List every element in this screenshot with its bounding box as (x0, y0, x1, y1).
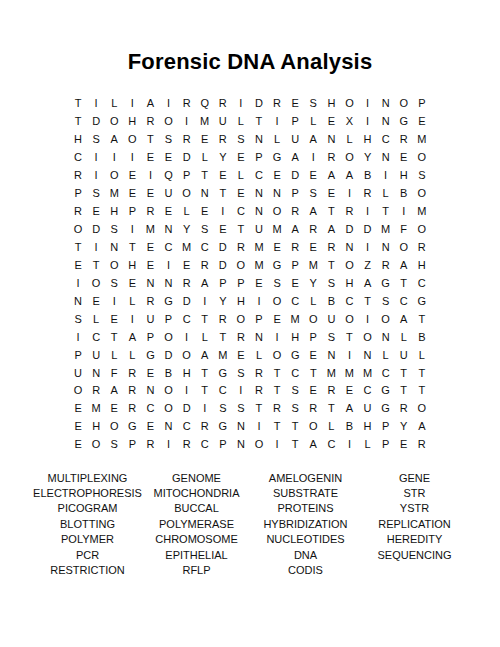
grid-cell: N (377, 328, 395, 346)
grid-cell: A (196, 274, 214, 292)
grid-cell: G (377, 274, 395, 292)
grid-cell: O (340, 149, 358, 167)
grid-cell: S (304, 185, 322, 203)
grid-cell: D (340, 221, 358, 239)
grid-cell: O (105, 418, 123, 436)
grid-cell: O (105, 113, 123, 131)
grid-cell: Y (214, 292, 232, 310)
grid-cell: O (178, 185, 196, 203)
grid-cell: I (250, 418, 268, 436)
grid-cell: F (105, 364, 123, 382)
grid-cell: N (359, 346, 377, 364)
grid-cell: S (105, 221, 123, 239)
grid-cell: I (159, 436, 177, 454)
grid-cell: T (196, 310, 214, 328)
grid-cell: L (123, 292, 141, 310)
grid-cell: E (178, 256, 196, 274)
grid-cell: H (69, 131, 87, 149)
grid-cell: A (304, 436, 322, 454)
grid-cell: L (359, 436, 377, 454)
grid-cell: O (340, 256, 358, 274)
grid-cell: M (413, 203, 431, 221)
grid-cell: O (159, 382, 177, 400)
grid-cell: S (322, 328, 340, 346)
grid-cell: D (286, 167, 304, 185)
word-list-item: BUCCAL (174, 501, 219, 516)
grid-cell: E (268, 310, 286, 328)
grid-cell: I (268, 113, 286, 131)
grid-cell: O (250, 436, 268, 454)
grid-cell: E (159, 203, 177, 221)
grid-cell: L (178, 203, 196, 221)
grid-cell: E (141, 149, 159, 167)
grid-cell: O (87, 274, 105, 292)
grid-cell: C (214, 382, 232, 400)
word-list-item: DNA (294, 548, 317, 563)
grid-cell: M (250, 239, 268, 257)
grid-cell: Y (304, 274, 322, 292)
grid-cell: S (286, 382, 304, 400)
grid-cell: B (322, 292, 340, 310)
grid-cell: C (377, 131, 395, 149)
grid-cell: P (377, 418, 395, 436)
grid-cell: I (69, 328, 87, 346)
grid-cell: M (105, 185, 123, 203)
grid-cell: E (123, 167, 141, 185)
grid-cell: X (340, 113, 358, 131)
grid-cell: C (286, 364, 304, 382)
word-list-item: HEREDITY (387, 532, 443, 547)
grid-cell: C (413, 274, 431, 292)
grid-cell: I (395, 203, 413, 221)
grid-cell: R (141, 436, 159, 454)
grid-cell: R (141, 113, 159, 131)
grid-cell: N (268, 185, 286, 203)
grid-cell: O (178, 346, 196, 364)
word-list-item: PICOGRAM (58, 501, 118, 516)
grid-cell: Q (196, 95, 214, 113)
grid-cell: R (232, 239, 250, 257)
grid-cell: P (250, 310, 268, 328)
grid-cell: T (196, 167, 214, 185)
grid-cell: O (105, 167, 123, 185)
grid-cell: I (159, 256, 177, 274)
grid-cell: O (159, 328, 177, 346)
grid-cell: M (87, 400, 105, 418)
word-list-item: PCR (76, 548, 99, 563)
grid-cell: T (105, 328, 123, 346)
grid-cell: A (413, 418, 431, 436)
grid-cell: Y (395, 418, 413, 436)
grid-cell: R (359, 185, 377, 203)
grid-cell: T (304, 364, 322, 382)
grid-cell: L (304, 292, 322, 310)
grid-cell: D (87, 221, 105, 239)
grid-cell: C (359, 382, 377, 400)
grid-cell: O (304, 310, 322, 328)
grid-cell: R (322, 149, 340, 167)
grid-cell: C (250, 167, 268, 185)
grid-cell: G (286, 346, 304, 364)
grid-cell: T (87, 256, 105, 274)
grid-cell: O (413, 221, 431, 239)
grid-cell: L (196, 328, 214, 346)
grid-cell: S (232, 400, 250, 418)
grid-cell: I (359, 95, 377, 113)
word-list-item: CHROMOSOME (155, 532, 238, 547)
grid-cell: S (232, 364, 250, 382)
word-list-item: BLOTTING (60, 517, 115, 532)
grid-cell: P (178, 167, 196, 185)
grid-cell: R (178, 131, 196, 149)
grid-cell: M (286, 310, 304, 328)
grid-cell: A (286, 221, 304, 239)
grid-cell: Y (214, 149, 232, 167)
grid-cell: E (232, 346, 250, 364)
grid-cell: N (250, 328, 268, 346)
grid-cell: A (141, 95, 159, 113)
grid-cell: T (413, 310, 431, 328)
grid-cell: L (268, 131, 286, 149)
grid-cell: C (178, 310, 196, 328)
grid-cell: T (359, 292, 377, 310)
grid-cell: I (123, 149, 141, 167)
word-list-item: RESTRICTION (50, 563, 125, 578)
grid-cell: I (123, 310, 141, 328)
grid-cell: N (196, 185, 214, 203)
grid-cell: I (232, 382, 250, 400)
grid-cell: I (359, 203, 377, 221)
grid-cell: I (214, 203, 232, 221)
grid-cell: D (178, 400, 196, 418)
grid-cell: E (286, 95, 304, 113)
grid-cell: O (232, 256, 250, 274)
grid-cell: N (322, 346, 340, 364)
grid-cell: P (286, 113, 304, 131)
grid-cell: Y (178, 221, 196, 239)
grid-cell: P (141, 328, 159, 346)
grid-cell: N (141, 382, 159, 400)
grid-cell: L (105, 95, 123, 113)
grid-cell: T (69, 239, 87, 257)
grid-cell: Y (359, 149, 377, 167)
grid-cell: D (87, 113, 105, 131)
grid-cell: E (395, 436, 413, 454)
grid-cell: E (268, 239, 286, 257)
grid-cell: T (286, 418, 304, 436)
grid-cell: R (214, 131, 232, 149)
grid-cell: M (214, 346, 232, 364)
grid-cell: O (268, 203, 286, 221)
word-list-item: PROTEINS (277, 501, 333, 516)
grid-cell: I (340, 185, 358, 203)
grid-cell: L (322, 418, 340, 436)
grid-cell: A (322, 167, 340, 185)
grid-cell: M (304, 256, 322, 274)
grid-cell: R (268, 400, 286, 418)
grid-cell: I (340, 346, 358, 364)
grid-cell: P (123, 436, 141, 454)
grid-cell: G (214, 418, 232, 436)
grid-cell: E (250, 274, 268, 292)
grid-cell: E (413, 113, 431, 131)
grid-cell: T (377, 203, 395, 221)
grid-cell: O (340, 310, 358, 328)
grid-cell: I (87, 149, 105, 167)
word-list-column: MULTIPLEXINGELECTROPHORESISPICOGRAMBLOTT… (33, 471, 142, 579)
grid-cell: O (69, 221, 87, 239)
grid-cell: I (359, 310, 377, 328)
grid-cell: B (359, 167, 377, 185)
grid-cell: B (159, 364, 177, 382)
grid-cell: S (232, 131, 250, 149)
grid-cell: G (268, 149, 286, 167)
grid-cell: L (250, 346, 268, 364)
grid-cell: C (377, 364, 395, 382)
grid-cell: I (178, 328, 196, 346)
grid-cell: N (322, 131, 340, 149)
grid-cell: O (268, 346, 286, 364)
grid-cell: N (159, 221, 177, 239)
grid-cell: N (141, 274, 159, 292)
grid-cell: D (214, 256, 232, 274)
grid-cell: E (105, 400, 123, 418)
grid-cell: O (159, 400, 177, 418)
grid-cell: I (105, 149, 123, 167)
grid-cell: E (69, 418, 87, 436)
grid-cell: L (196, 149, 214, 167)
grid-cell: H (395, 167, 413, 185)
grid-cell: G (214, 364, 232, 382)
grid-cell: O (232, 310, 250, 328)
grid-cell: A (105, 382, 123, 400)
grid-cell: E (105, 310, 123, 328)
grid-cell: I (232, 95, 250, 113)
grid-cell: R (286, 203, 304, 221)
grid-cell: P (250, 149, 268, 167)
grid-cell: H (123, 113, 141, 131)
grid-cell: E (340, 382, 358, 400)
grid-cell: N (232, 418, 250, 436)
grid-cell: M (250, 256, 268, 274)
grid-cell: R (87, 382, 105, 400)
grid-cell: D (178, 292, 196, 310)
grid-cell: N (232, 436, 250, 454)
grid-cell: E (69, 400, 87, 418)
grid-cell: T (395, 274, 413, 292)
grid-cell: S (196, 221, 214, 239)
grid-cell: R (141, 203, 159, 221)
grid-cell: B (395, 185, 413, 203)
grid-cell: S (159, 131, 177, 149)
grid-cell: M (359, 364, 377, 382)
grid-cell: H (359, 131, 377, 149)
grid-cell: I (359, 239, 377, 257)
grid-cell: U (395, 346, 413, 364)
grid-cell: R (178, 274, 196, 292)
word-list-item: POLYMERASE (159, 517, 234, 532)
grid-cell: E (214, 167, 232, 185)
grid-cell: U (286, 131, 304, 149)
grid-cell: P (69, 346, 87, 364)
grid-cell: N (250, 185, 268, 203)
grid-cell: B (413, 328, 431, 346)
grid-cell: I (304, 149, 322, 167)
grid-cell: R (196, 256, 214, 274)
grid-cell: R (232, 328, 250, 346)
grid-cell: P (69, 185, 87, 203)
grid-cell: U (141, 310, 159, 328)
grid-cell: S (105, 274, 123, 292)
grid-cell: G (159, 292, 177, 310)
grid-cell: O (340, 95, 358, 113)
grid-cell: O (413, 149, 431, 167)
grid-cell: C (87, 328, 105, 346)
grid-cell: E (69, 256, 87, 274)
grid-cell: S (87, 185, 105, 203)
grid-cell: T (268, 364, 286, 382)
grid-cell: G (123, 418, 141, 436)
puzzle-title: Forensic DNA Analysis (0, 49, 500, 75)
grid-cell: E (232, 185, 250, 203)
grid-cell: A (304, 203, 322, 221)
grid-cell: Q (159, 167, 177, 185)
grid-cell: R (178, 436, 196, 454)
grid-cell: P (214, 436, 232, 454)
grid-cell: A (340, 400, 358, 418)
grid-cell: M (268, 221, 286, 239)
grid-cell: I (268, 436, 286, 454)
grid-cell: L (395, 328, 413, 346)
grid-cell: N (377, 95, 395, 113)
grid-cell: E (286, 274, 304, 292)
grid-cell: D (214, 239, 232, 257)
grid-cell: H (340, 274, 358, 292)
grid-cell: O (304, 418, 322, 436)
grid-cell: R (413, 436, 431, 454)
grid-cell: O (87, 436, 105, 454)
word-list-item: REPLICATION (378, 517, 451, 532)
grid-cell: L (304, 113, 322, 131)
grid-cell: G (141, 346, 159, 364)
grid-cell: I (250, 292, 268, 310)
grid-cell: N (159, 274, 177, 292)
grid-cell: M (196, 113, 214, 131)
grid-cell: R (268, 95, 286, 113)
grid-cell: E (159, 149, 177, 167)
grid-cell: C (178, 418, 196, 436)
grid-cell: S (377, 292, 395, 310)
grid-cell: A (340, 167, 358, 185)
grid-cell: H (286, 328, 304, 346)
grid-cell: N (159, 418, 177, 436)
grid-cell: L (123, 346, 141, 364)
grid-cell: H (322, 95, 340, 113)
grid-cell: H (359, 418, 377, 436)
grid-cell: R (395, 400, 413, 418)
grid-cell: E (69, 436, 87, 454)
grid-cell: L (232, 113, 250, 131)
grid-cell: E (322, 185, 340, 203)
grid-cell: O (359, 328, 377, 346)
grid-cell: R (250, 382, 268, 400)
grid-cell: T (413, 364, 431, 382)
grid-cell: T (141, 131, 159, 149)
grid-cell: M (413, 131, 431, 149)
grid-cell: R (377, 256, 395, 274)
grid-cell: S (322, 274, 340, 292)
grid-cell: C (196, 436, 214, 454)
word-list-item: EPITHELIAL (165, 548, 227, 563)
grid-cell: T (214, 185, 232, 203)
grid-cell: E (304, 167, 322, 185)
grid-cell: I (123, 95, 141, 113)
grid-cell: T (413, 382, 431, 400)
grid-cell: T (123, 239, 141, 257)
grid-cell: I (141, 167, 159, 185)
grid-cell: T (322, 400, 340, 418)
grid-cell: D (159, 346, 177, 364)
grid-cell: E (141, 418, 159, 436)
grid-cell: E (141, 185, 159, 203)
grid-cell: N (250, 131, 268, 149)
grid-cell: O (105, 256, 123, 274)
grid-cell: A (105, 131, 123, 149)
grid-cell: N (377, 239, 395, 257)
grid-cell: M (322, 364, 340, 382)
grid-cell: L (377, 346, 395, 364)
grid-cell: R (196, 418, 214, 436)
grid-cell: U (69, 364, 87, 382)
grid-cell: T (214, 328, 232, 346)
grid-cell: A (322, 221, 340, 239)
grid-cell: C (232, 203, 250, 221)
word-list-column: GENOMEMITOCHONDRIABUCCALPOLYMERASECHROMO… (142, 471, 251, 579)
grid-cell: N (69, 292, 87, 310)
word-list-item: GENE (399, 471, 430, 486)
grid-cell: E (141, 239, 159, 257)
grid-cell: E (196, 203, 214, 221)
grid-cell: P (413, 95, 431, 113)
grid-cell: E (141, 256, 159, 274)
word-list-item: CODIS (288, 563, 323, 578)
grid-cell: E (232, 149, 250, 167)
grid-cell: C (340, 292, 358, 310)
word-list-item: GENOME (172, 471, 221, 486)
word-list-column: GENESTRYSTRREPLICATIONHEREDITYSEQUENCING (360, 471, 469, 579)
grid-cell: P (214, 274, 232, 292)
grid-cell: I (69, 274, 87, 292)
word-list-item: POLYMER (61, 532, 114, 547)
grid-cell: R (395, 131, 413, 149)
letter-grid: TILIAIRQRIDRESHOINOPTDOHROIMULTIPLEXINGE… (69, 95, 431, 454)
word-list-item: HYBRIDIZATION (263, 517, 347, 532)
grid-cell: H (232, 292, 250, 310)
grid-cell: T (322, 256, 340, 274)
grid-cell: S (304, 95, 322, 113)
grid-cell: P (304, 328, 322, 346)
grid-cell: T (196, 382, 214, 400)
grid-cell: T (250, 113, 268, 131)
grid-cell: I (159, 95, 177, 113)
grid-cell: E (196, 131, 214, 149)
grid-cell: I (87, 95, 105, 113)
grid-cell: R (123, 364, 141, 382)
grid-cell: R (123, 400, 141, 418)
grid-cell: H (178, 364, 196, 382)
grid-cell: S (286, 400, 304, 418)
grid-cell: P (286, 185, 304, 203)
